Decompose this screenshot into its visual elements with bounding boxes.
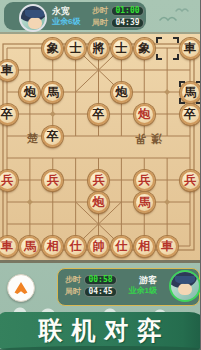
piece-black-士[interactable]: 士 [65, 38, 86, 59]
piece-black-卒[interactable]: 卒 [42, 126, 63, 147]
piece-black-馬[interactable]: 馬 [42, 82, 63, 103]
bottom-step-time-label: 步时 [65, 274, 81, 285]
board-grid-lines [0, 34, 200, 260]
bottom-step-time-value: 00:58 [84, 275, 117, 285]
bottom-game-time-label: 局时 [65, 286, 81, 297]
piece-red-馬[interactable]: 馬 [134, 192, 155, 213]
bottom-player-rank: 业余1级 [129, 286, 157, 296]
top-step-time-label: 步时 [92, 5, 108, 16]
avatar-bang [175, 276, 195, 284]
top-game-time-label: 局时 [92, 17, 108, 28]
piece-black-車[interactable]: 車 [180, 38, 201, 59]
top-step-time-value: 01:00 [111, 6, 144, 16]
avatar-bang [25, 10, 45, 18]
piece-red-帥[interactable]: 帥 [88, 236, 109, 257]
piece-red-仕[interactable]: 仕 [65, 236, 86, 257]
home-button[interactable] [7, 274, 35, 302]
piece-red-相[interactable]: 相 [134, 236, 155, 257]
bottom-game-time-value: 04:45 [84, 287, 117, 297]
piece-red-馬[interactable]: 馬 [19, 236, 40, 257]
piece-black-炮[interactable]: 炮 [111, 82, 132, 103]
bottom-player-panel: 步时 00:58 局时 04:45 游客 业余1级 [57, 268, 200, 306]
piece-black-卒[interactable]: 卒 [180, 104, 201, 125]
game-screen: 永宽 业余6级 步时 01:00 局时 04:39 楚河 漢界 象士將士象車車炮… [0, 0, 200, 350]
top-player-name: 永宽 [52, 6, 80, 17]
piece-red-車[interactable]: 車 [157, 236, 178, 257]
match-mode-banner: 联机对弈 [0, 312, 200, 350]
piece-black-象[interactable]: 象 [42, 38, 63, 59]
bottom-player-name: 游客 [129, 275, 157, 286]
piece-black-象[interactable]: 象 [134, 38, 155, 59]
piece-red-兵[interactable]: 兵 [42, 170, 63, 191]
xiangqi-board[interactable]: 楚河 漢界 象士將士象車車炮馬炮馬卒卒炮卒卒兵兵兵兵兵炮馬車馬相仕帥仕相車 [0, 34, 200, 260]
piece-red-車[interactable]: 車 [0, 236, 18, 257]
top-player-avatar[interactable] [19, 4, 47, 32]
top-game-time-value: 04:39 [111, 18, 144, 28]
top-player-rank: 业余6级 [52, 17, 80, 27]
piece-red-兵[interactable]: 兵 [180, 170, 201, 191]
home-icon [14, 282, 28, 294]
piece-black-卒[interactable]: 卒 [88, 104, 109, 125]
piece-red-兵[interactable]: 兵 [134, 170, 155, 191]
piece-red-仕[interactable]: 仕 [111, 236, 132, 257]
piece-red-兵[interactable]: 兵 [0, 170, 18, 191]
piece-black-卒[interactable]: 卒 [0, 104, 18, 125]
avatar-face [28, 17, 42, 29]
piece-black-將[interactable]: 將 [88, 38, 109, 59]
river-label-right: 漢界 [130, 131, 162, 146]
last-move-to-marker [179, 81, 201, 104]
birds-icon [148, 4, 196, 28]
piece-red-兵[interactable]: 兵 [88, 170, 109, 191]
bottom-player-avatar[interactable] [169, 270, 200, 302]
last-move-from-marker [156, 37, 179, 60]
piece-black-炮[interactable]: 炮 [19, 82, 40, 103]
piece-black-車[interactable]: 車 [0, 60, 18, 81]
piece-black-士[interactable]: 士 [111, 38, 132, 59]
piece-red-炮[interactable]: 炮 [88, 192, 109, 213]
match-mode-title: 联机对弈 [30, 314, 171, 348]
avatar-face [178, 283, 192, 295]
piece-red-炮[interactable]: 炮 [134, 104, 155, 125]
piece-red-相[interactable]: 相 [42, 236, 63, 257]
top-player-panel: 永宽 业余6级 步时 01:00 局时 04:39 [4, 2, 146, 30]
